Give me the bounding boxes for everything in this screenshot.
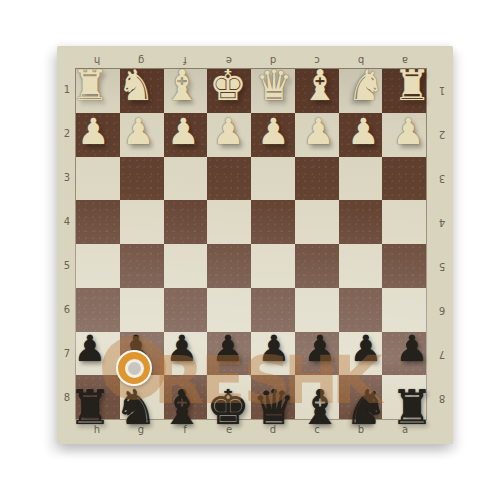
square-d1 xyxy=(251,69,295,113)
square-g7 xyxy=(120,332,164,376)
square-h2 xyxy=(76,113,120,157)
rank-label-right-2: 2 xyxy=(436,112,448,156)
square-a7 xyxy=(382,332,426,376)
square-c2 xyxy=(295,113,339,157)
file-label-bottom-e: e xyxy=(207,425,251,437)
square-c1 xyxy=(295,69,339,113)
file-label-top-a: a xyxy=(383,53,427,65)
square-c8 xyxy=(295,375,339,419)
square-e4 xyxy=(207,200,251,244)
square-h1 xyxy=(76,69,120,113)
square-c4 xyxy=(295,200,339,244)
rank-label-right-3: 3 xyxy=(436,156,448,200)
square-a1 xyxy=(382,69,426,113)
square-f8 xyxy=(164,375,208,419)
square-g1 xyxy=(120,69,164,113)
file-label-bottom-g: g xyxy=(119,425,163,437)
square-f5 xyxy=(164,244,208,288)
square-g5 xyxy=(120,244,164,288)
square-c3 xyxy=(295,157,339,201)
square-g4 xyxy=(120,200,164,244)
rank-label-right-6: 6 xyxy=(436,288,448,332)
square-e6 xyxy=(207,288,251,332)
square-h5 xyxy=(76,244,120,288)
product-photo: hgfedcba hgfedcba 12345678 12345678 ♜♞♝♚… xyxy=(0,0,500,500)
file-labels-top: hgfedcba xyxy=(75,53,427,65)
rank-label-right-7: 7 xyxy=(436,332,448,376)
square-e1 xyxy=(207,69,251,113)
file-labels-bottom: hgfedcba xyxy=(75,425,427,437)
rank-label-left-5: 5 xyxy=(61,244,73,288)
square-e7 xyxy=(207,332,251,376)
square-f7 xyxy=(164,332,208,376)
file-label-bottom-d: d xyxy=(251,425,295,437)
file-label-top-h: h xyxy=(75,53,119,65)
file-label-bottom-a: a xyxy=(383,425,427,437)
rank-label-left-4: 4 xyxy=(61,200,73,244)
file-label-bottom-c: c xyxy=(295,425,339,437)
square-b2 xyxy=(339,113,383,157)
square-d5 xyxy=(251,244,295,288)
square-h8 xyxy=(76,375,120,419)
square-e3 xyxy=(207,157,251,201)
square-e8 xyxy=(207,375,251,419)
chessboard-mat: hgfedcba hgfedcba 12345678 12345678 ♜♞♝♚… xyxy=(57,46,453,444)
square-g6 xyxy=(120,288,164,332)
square-f1 xyxy=(164,69,208,113)
file-label-top-b: b xyxy=(339,53,383,65)
square-g8 xyxy=(120,375,164,419)
file-label-top-e: e xyxy=(207,53,251,65)
square-b4 xyxy=(339,200,383,244)
rank-label-left-7: 7 xyxy=(61,332,73,376)
rank-label-left-8: 8 xyxy=(61,376,73,420)
square-f2 xyxy=(164,113,208,157)
rank-labels-right: 12345678 xyxy=(436,68,448,420)
square-b6 xyxy=(339,288,383,332)
square-a6 xyxy=(382,288,426,332)
square-f4 xyxy=(164,200,208,244)
square-a2 xyxy=(382,113,426,157)
file-label-bottom-f: f xyxy=(163,425,207,437)
file-label-bottom-b: b xyxy=(339,425,383,437)
rank-label-right-8: 8 xyxy=(436,376,448,420)
square-h3 xyxy=(76,157,120,201)
square-d2 xyxy=(251,113,295,157)
square-b7 xyxy=(339,332,383,376)
rank-label-right-4: 4 xyxy=(436,200,448,244)
square-d7 xyxy=(251,332,295,376)
rank-labels-left: 12345678 xyxy=(61,68,73,420)
square-c5 xyxy=(295,244,339,288)
square-e5 xyxy=(207,244,251,288)
square-h4 xyxy=(76,200,120,244)
file-label-top-c: c xyxy=(295,53,339,65)
rank-label-left-2: 2 xyxy=(61,112,73,156)
square-h7 xyxy=(76,332,120,376)
square-d4 xyxy=(251,200,295,244)
file-label-top-d: d xyxy=(251,53,295,65)
rank-label-right-1: 1 xyxy=(436,68,448,112)
file-label-top-g: g xyxy=(119,53,163,65)
file-label-top-f: f xyxy=(163,53,207,65)
square-g2 xyxy=(120,113,164,157)
square-a5 xyxy=(382,244,426,288)
square-a8 xyxy=(382,375,426,419)
square-e2 xyxy=(207,113,251,157)
square-b1 xyxy=(339,69,383,113)
square-b8 xyxy=(339,375,383,419)
rank-label-right-5: 5 xyxy=(436,244,448,288)
rank-label-left-1: 1 xyxy=(61,68,73,112)
square-b5 xyxy=(339,244,383,288)
square-d6 xyxy=(251,288,295,332)
square-a4 xyxy=(382,200,426,244)
square-f6 xyxy=(164,288,208,332)
square-g3 xyxy=(120,157,164,201)
rank-label-left-6: 6 xyxy=(61,288,73,332)
square-c6 xyxy=(295,288,339,332)
rank-label-left-3: 3 xyxy=(61,156,73,200)
square-b3 xyxy=(339,157,383,201)
square-c7 xyxy=(295,332,339,376)
file-label-bottom-h: h xyxy=(75,425,119,437)
square-f3 xyxy=(164,157,208,201)
square-d3 xyxy=(251,157,295,201)
square-h6 xyxy=(76,288,120,332)
square-d8 xyxy=(251,375,295,419)
board-grid xyxy=(75,68,427,420)
square-a3 xyxy=(382,157,426,201)
